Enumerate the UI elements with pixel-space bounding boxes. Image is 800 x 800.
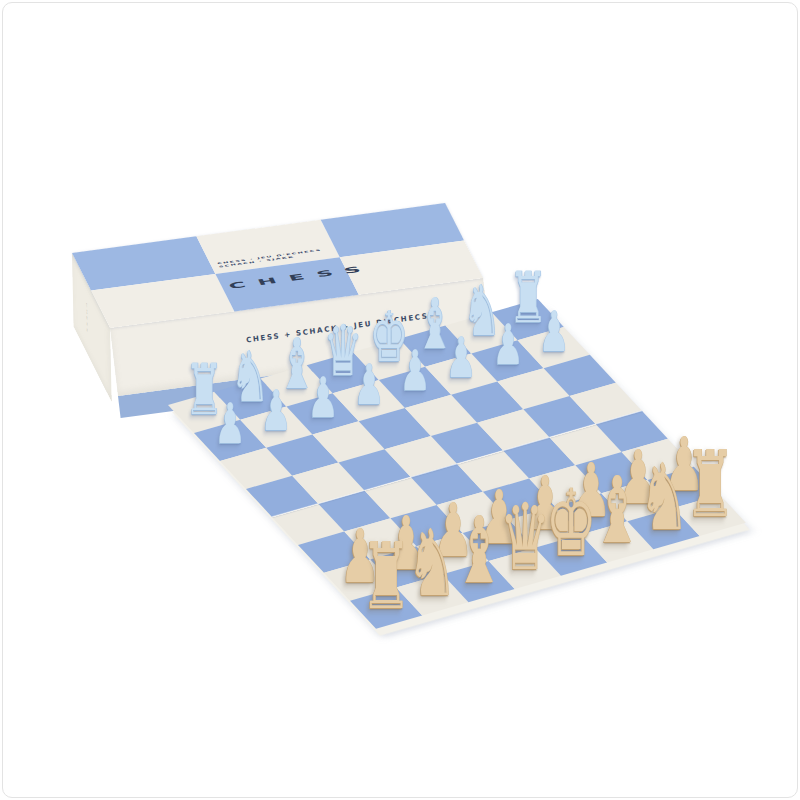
piece-blue-pawn: ♟ <box>400 343 431 399</box>
piece-wood-rook: ♜ <box>361 532 412 624</box>
product-photo: CHESS CHESS + SCHACK + JEU D'ECHECS CHES… <box>0 0 800 800</box>
piece-blue-pawn: ♟ <box>446 330 477 386</box>
piece-wood-bishop: ♝ <box>592 465 643 557</box>
piece-wood-knight: ♞ <box>638 452 689 544</box>
piece-wood-queen: ♛ <box>499 492 550 584</box>
piece-blue-pawn: ♟ <box>307 369 338 425</box>
piece-blue-pawn: ♟ <box>353 356 384 412</box>
piece-wood-bishop: ♝ <box>453 505 504 597</box>
piece-blue-pawn: ♟ <box>215 396 246 452</box>
piece-blue-pawn: ♟ <box>538 303 569 359</box>
piece-blue-pawn: ♟ <box>492 316 523 372</box>
piece-wood-king: ♚ <box>546 479 597 571</box>
pieces-layer: ♜♞♝♛♚♝♞♜♟♟♟♟♟♟♟♟♟♟♟♟♟♟♟♟♜♞♝♛♚♝♞♜ <box>0 0 800 800</box>
piece-blue-pawn: ♟ <box>261 383 292 439</box>
piece-wood-knight: ♞ <box>407 518 458 610</box>
piece-wood-rook: ♜ <box>684 439 735 531</box>
